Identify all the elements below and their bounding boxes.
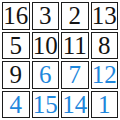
grid-cell-r1c3: 2 bbox=[61, 2, 89, 30]
grid-cell-r4c4: 1 bbox=[91, 91, 119, 119]
grid-cell-r2c2: 10 bbox=[32, 32, 60, 60]
grid-cell-r2c4: 8 bbox=[91, 32, 119, 60]
magic-square-board: 16321351011896712415141 bbox=[0, 0, 120, 120]
grid-cell-r2c1: 5 bbox=[2, 32, 30, 60]
grid-cell-r1c2: 3 bbox=[32, 2, 60, 30]
grid-cell-r2c3: 11 bbox=[61, 32, 89, 60]
grid-cell-r1c4: 13 bbox=[91, 2, 119, 30]
grid-cell-r4c1: 4 bbox=[2, 91, 30, 119]
grid-cell-r3c2: 6 bbox=[32, 61, 60, 89]
grid-cell-r3c1: 9 bbox=[2, 61, 30, 89]
grid-cell-r4c3: 14 bbox=[61, 91, 89, 119]
grid-cell-r3c3: 7 bbox=[61, 61, 89, 89]
grid-cell-r4c2: 15 bbox=[32, 91, 60, 119]
grid-cell-r1c1: 16 bbox=[2, 2, 30, 30]
grid-cell-r3c4: 12 bbox=[91, 61, 119, 89]
